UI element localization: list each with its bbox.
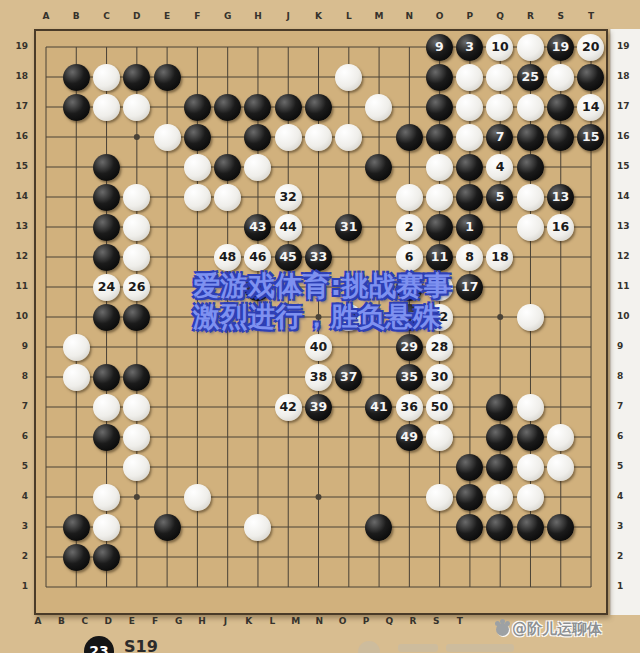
stone-E3[interactable] [154,514,181,541]
stone-C13[interactable] [93,214,120,241]
stone-P14[interactable] [456,184,483,211]
stone-N8[interactable]: 35 [396,364,423,391]
stone-R7[interactable] [517,394,544,421]
row-label-right-9: 9 [617,341,639,351]
stone-L16[interactable] [335,124,362,151]
row-label-left-9: 9 [4,341,28,351]
stone-B17[interactable] [63,94,90,121]
move-number-P13: 1 [465,221,474,234]
stone-P16[interactable] [456,124,483,151]
row-label-right-16: 16 [617,131,639,141]
col-label-top-B: B [67,11,85,21]
move-number-M7: 41 [370,401,387,414]
move-number-P19: 3 [465,41,474,54]
row-label-right-15: 15 [617,161,639,171]
stone-S17[interactable] [547,94,574,121]
stone-S16[interactable] [547,124,574,151]
stone-J14[interactable]: 32 [275,184,302,211]
stone-S5[interactable] [547,454,574,481]
stone-C15[interactable] [93,154,120,181]
stone-O16[interactable] [426,124,453,151]
headline-overlay-line2: 激烈进行，胜负悬殊 [193,299,441,335]
stone-S3[interactable] [547,514,574,541]
row-label-right-1: 1 [617,581,639,591]
col-label-bottom-P: P [357,616,375,626]
stone-R4[interactable] [517,484,544,511]
stone-R17[interactable] [517,94,544,121]
stone-C11[interactable]: 24 [93,274,120,301]
row-label-left-14: 14 [4,191,28,201]
stone-H17[interactable] [244,94,271,121]
stone-M3[interactable] [365,514,392,541]
stone-O6[interactable] [426,424,453,451]
row-label-right-2: 2 [617,551,639,561]
row-label-left-2: 2 [4,551,28,561]
stone-S6[interactable] [547,424,574,451]
col-label-bottom-A: A [29,616,47,626]
stone-Q18[interactable] [486,64,513,91]
stone-P11[interactable]: 17 [456,274,483,301]
row-label-right-7: 7 [617,401,639,411]
stone-M15[interactable] [365,154,392,181]
stone-D11[interactable]: 26 [123,274,150,301]
row-label-right-3: 3 [617,521,639,531]
col-label-top-A: A [37,11,55,21]
row-label-right-10: 10 [617,311,639,321]
row-label-right-5: 5 [617,461,639,471]
paw-icon [496,623,509,636]
caption-location-text: S19 [124,637,158,653]
stone-R18[interactable]: 25 [517,64,544,91]
stone-C17[interactable] [93,94,120,121]
move-number-S19: 19 [552,41,569,54]
move-number-K8: 38 [310,371,327,384]
stone-E16[interactable] [154,124,181,151]
stone-F14[interactable] [184,184,211,211]
row-label-left-3: 3 [4,521,28,531]
watermark: @阶儿运聊体 [496,620,602,639]
move-number-O7: 50 [431,401,448,414]
move-number-P12: 8 [465,251,474,264]
stone-Q4[interactable] [486,484,513,511]
stone-M17[interactable] [365,94,392,121]
stone-P3[interactable] [456,514,483,541]
col-label-bottom-D: D [99,616,117,626]
stone-D17[interactable] [123,94,150,121]
go-board-page: 9310192025147154325134344312116484645336… [0,0,640,653]
row-label-right-4: 4 [617,491,639,501]
col-label-bottom-J: J [216,616,234,626]
stone-H16[interactable] [244,124,271,151]
stone-O4[interactable] [426,484,453,511]
cutoff-caption-fragment [446,644,514,652]
stone-J16[interactable] [275,124,302,151]
stone-Q5[interactable] [486,454,513,481]
stone-C6[interactable] [93,424,120,451]
move-number-K12: 33 [310,251,327,264]
row-label-right-14: 14 [617,191,639,201]
stone-N14[interactable] [396,184,423,211]
stone-B2[interactable] [63,544,90,571]
move-number-K7: 39 [310,401,327,414]
stone-G17[interactable] [214,94,241,121]
stone-K7[interactable]: 39 [305,394,332,421]
col-label-top-T: T [582,11,600,21]
col-label-top-D: D [128,11,146,21]
stone-O19[interactable]: 9 [426,34,453,61]
col-label-bottom-C: C [76,616,94,626]
row-label-left-10: 10 [4,311,28,321]
stone-P12[interactable]: 8 [456,244,483,271]
row-label-right-11: 11 [617,281,639,291]
stone-P19[interactable]: 3 [456,34,483,61]
col-label-bottom-L: L [263,616,281,626]
stone-P13[interactable]: 1 [456,214,483,241]
move-number-H12: 46 [249,251,266,264]
stone-R15[interactable] [517,154,544,181]
stone-O8[interactable]: 30 [426,364,453,391]
stone-C2[interactable] [93,544,120,571]
stone-G12[interactable]: 48 [214,244,241,271]
move-number-C11: 24 [98,281,115,294]
stone-F17[interactable] [184,94,211,121]
stone-P5[interactable] [456,454,483,481]
row-label-left-5: 5 [4,461,28,471]
row-label-left-19: 19 [4,41,28,51]
move-number-O8: 30 [431,371,448,384]
move-number-O12: 11 [431,251,448,264]
stone-N13[interactable]: 2 [396,214,423,241]
stone-D13[interactable] [123,214,150,241]
col-label-bottom-N: N [310,616,328,626]
move-number-N9: 29 [400,341,417,354]
stone-C8[interactable] [93,364,120,391]
move-number-K9: 40 [310,341,327,354]
move-number-N7: 36 [400,401,417,414]
stone-H13[interactable]: 43 [244,214,271,241]
stone-R14[interactable] [517,184,544,211]
stone-K17[interactable] [305,94,332,121]
stone-T16[interactable]: 15 [577,124,604,151]
col-label-top-L: L [340,11,358,21]
stone-Q3[interactable] [486,514,513,541]
stone-N9[interactable]: 29 [396,334,423,361]
stone-M7[interactable]: 41 [365,394,392,421]
stone-K9[interactable]: 40 [305,334,332,361]
stone-R13[interactable] [517,214,544,241]
move-number-P11: 17 [461,281,478,294]
stone-Q12[interactable]: 18 [486,244,513,271]
move-number-Q12: 18 [491,251,508,264]
stone-C12[interactable] [93,244,120,271]
stone-O17[interactable] [426,94,453,121]
stone-R10[interactable] [517,304,544,331]
col-label-bottom-M: M [287,616,305,626]
row-label-left-16: 16 [4,131,28,141]
stone-R3[interactable] [517,514,544,541]
move-number-Q14: 5 [496,191,505,204]
stone-H3[interactable] [244,514,271,541]
stone-J12[interactable]: 45 [275,244,302,271]
move-number-Q15: 4 [496,161,505,174]
move-number-G12: 48 [219,251,236,264]
col-label-top-J: J [279,11,297,21]
stone-B3[interactable] [63,514,90,541]
stone-T17[interactable]: 14 [577,94,604,121]
stone-C3[interactable] [93,514,120,541]
row-label-left-12: 12 [4,251,28,261]
stone-S13[interactable]: 16 [547,214,574,241]
stone-D12[interactable] [123,244,150,271]
stone-F16[interactable] [184,124,211,151]
col-label-top-C: C [98,11,116,21]
stone-J13[interactable]: 44 [275,214,302,241]
move-number-N6: 49 [400,431,417,444]
move-number-Q19: 10 [491,41,508,54]
move-number-J7: 42 [279,401,296,414]
stone-K12[interactable]: 33 [305,244,332,271]
stone-R6[interactable] [517,424,544,451]
col-label-top-M: M [370,11,388,21]
stone-Q15[interactable]: 4 [486,154,513,181]
caption-move-disc: 23 [84,636,114,653]
col-label-bottom-H: H [193,616,211,626]
stone-D6[interactable] [123,424,150,451]
move-number-N8: 35 [400,371,417,384]
row-label-right-18: 18 [617,71,639,81]
stone-P4[interactable] [456,484,483,511]
row-label-left-7: 7 [4,401,28,411]
stone-T18[interactable] [577,64,604,91]
stone-R16[interactable] [517,124,544,151]
stone-P18[interactable] [456,64,483,91]
row-label-left-4: 4 [4,491,28,501]
col-label-bottom-O: O [334,616,352,626]
stone-B9[interactable] [63,334,90,361]
row-label-right-6: 6 [617,431,639,441]
stone-O15[interactable] [426,154,453,181]
stone-D7[interactable] [123,394,150,421]
col-label-bottom-E: E [123,616,141,626]
row-label-left-8: 8 [4,371,28,381]
stone-O18[interactable] [426,64,453,91]
move-number-S14: 13 [552,191,569,204]
col-label-bottom-K: K [240,616,258,626]
col-label-top-G: G [219,11,237,21]
col-label-top-K: K [310,11,328,21]
move-number-R18: 25 [522,71,539,84]
col-label-bottom-G: G [170,616,188,626]
row-label-right-12: 12 [617,251,639,261]
stone-Q6[interactable] [486,424,513,451]
row-label-right-13: 13 [617,221,639,231]
stone-Q17[interactable] [486,94,513,121]
move-number-O9: 28 [431,341,448,354]
col-label-bottom-S: S [427,616,445,626]
cutoff-caption-fragment [358,641,380,653]
col-label-bottom-F: F [146,616,164,626]
row-label-left-1: 1 [4,581,28,591]
caption-move-number: 23 [89,643,108,653]
stone-R19[interactable] [517,34,544,61]
row-label-left-18: 18 [4,71,28,81]
stone-K16[interactable] [305,124,332,151]
stone-D5[interactable] [123,454,150,481]
stone-B8[interactable] [63,364,90,391]
stone-H12[interactable]: 46 [244,244,271,271]
stone-O14[interactable] [426,184,453,211]
stone-S19[interactable]: 19 [547,34,574,61]
stone-Q16[interactable]: 7 [486,124,513,151]
row-label-left-11: 11 [4,281,28,291]
col-label-top-Q: Q [491,11,509,21]
stone-S18[interactable] [547,64,574,91]
stone-Q7[interactable] [486,394,513,421]
col-label-top-O: O [431,11,449,21]
move-number-D11: 26 [128,281,145,294]
col-label-top-F: F [188,11,206,21]
row-label-left-15: 15 [4,161,28,171]
stone-G14[interactable] [214,184,241,211]
stone-D18[interactable] [123,64,150,91]
stone-N7[interactable]: 36 [396,394,423,421]
stone-J17[interactable] [275,94,302,121]
stone-O9[interactable]: 28 [426,334,453,361]
move-number-T16: 15 [582,131,599,144]
row-label-right-17: 17 [617,101,639,111]
stone-E18[interactable] [154,64,181,91]
stone-O7[interactable]: 50 [426,394,453,421]
move-number-L8: 37 [340,371,357,384]
move-number-N12: 6 [405,251,414,264]
stone-C14[interactable] [93,184,120,211]
move-number-T19: 20 [582,41,599,54]
move-number-J14: 32 [279,191,296,204]
col-label-top-R: R [521,11,539,21]
stone-K8[interactable]: 38 [305,364,332,391]
move-number-N13: 2 [405,221,414,234]
move-number-S13: 16 [552,221,569,234]
row-label-left-13: 13 [4,221,28,231]
row-label-right-8: 8 [617,371,639,381]
stone-Q14[interactable]: 5 [486,184,513,211]
row-label-left-17: 17 [4,101,28,111]
col-label-bottom-Q: Q [380,616,398,626]
row-label-right-19: 19 [617,41,639,51]
col-label-top-P: P [461,11,479,21]
stone-C18[interactable] [93,64,120,91]
stone-D10[interactable] [123,304,150,331]
stone-N16[interactable] [396,124,423,151]
stone-P17[interactable] [456,94,483,121]
stone-C7[interactable] [93,394,120,421]
move-number-T17: 14 [582,101,599,114]
stone-F15[interactable] [184,154,211,181]
col-label-bottom-T: T [451,616,469,626]
move-number-Q16: 7 [496,131,505,144]
stone-D14[interactable] [123,184,150,211]
col-label-top-S: S [552,11,570,21]
stone-N12[interactable]: 6 [396,244,423,271]
stone-C4[interactable] [93,484,120,511]
stone-L13[interactable]: 31 [335,214,362,241]
stone-N6[interactable]: 49 [396,424,423,451]
stone-S14[interactable]: 13 [547,184,574,211]
move-number-J13: 44 [279,221,296,234]
stone-T19[interactable]: 20 [577,34,604,61]
move-number-O19: 9 [435,41,444,54]
stone-B18[interactable] [63,64,90,91]
stone-G15[interactable] [214,154,241,181]
stone-Q19[interactable]: 10 [486,34,513,61]
stone-L8[interactable]: 37 [335,364,362,391]
stone-D8[interactable] [123,364,150,391]
stone-O13[interactable] [426,214,453,241]
col-label-top-H: H [249,11,267,21]
stone-P15[interactable] [456,154,483,181]
stone-R5[interactable] [517,454,544,481]
move-number-L13: 31 [340,221,357,234]
cutoff-caption-fragment [398,644,438,652]
stone-F4[interactable] [184,484,211,511]
stone-O12[interactable]: 11 [426,244,453,271]
col-label-top-E: E [158,11,176,21]
move-number-J12: 45 [279,251,296,264]
stone-L18[interactable] [335,64,362,91]
col-label-bottom-R: R [404,616,422,626]
row-label-left-6: 6 [4,431,28,441]
col-label-top-N: N [400,11,418,21]
col-label-bottom-B: B [52,616,70,626]
watermark-text: @阶儿运聊体 [512,620,602,639]
stone-J7[interactable]: 42 [275,394,302,421]
move-number-H13: 43 [249,221,266,234]
stone-C10[interactable] [93,304,120,331]
stone-H15[interactable] [244,154,271,181]
